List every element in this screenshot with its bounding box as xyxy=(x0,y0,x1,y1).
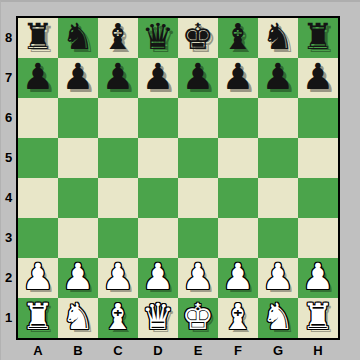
square-b4[interactable] xyxy=(58,178,98,218)
piece-black-pawn[interactable]: ♟ xyxy=(102,57,134,97)
square-f3[interactable] xyxy=(218,218,258,258)
rank-label-4: 4 xyxy=(1,178,16,218)
square-b3[interactable] xyxy=(58,218,98,258)
square-h6[interactable] xyxy=(298,98,338,138)
square-g3[interactable] xyxy=(258,218,298,258)
piece-black-bishop[interactable]: ♝ xyxy=(222,17,254,57)
square-a7[interactable]: ♟ xyxy=(18,58,58,98)
rank-label-5: 5 xyxy=(1,138,16,178)
piece-white-pawn[interactable]: ♟ xyxy=(62,257,94,297)
square-h5[interactable] xyxy=(298,138,338,178)
piece-black-rook[interactable]: ♜ xyxy=(302,17,334,57)
piece-white-pawn[interactable]: ♟ xyxy=(222,257,254,297)
piece-black-pawn[interactable]: ♟ xyxy=(62,57,94,97)
square-a6[interactable] xyxy=(18,98,58,138)
piece-white-rook[interactable]: ♜ xyxy=(22,297,54,337)
rank-label-2: 2 xyxy=(1,258,16,298)
file-label-f: F xyxy=(218,341,258,360)
square-g7[interactable]: ♟ xyxy=(258,58,298,98)
square-g5[interactable] xyxy=(258,138,298,178)
square-a2[interactable]: ♟ xyxy=(18,258,58,298)
chess-board[interactable]: ♜♞♝♛♚♝♞♜♟♟♟♟♟♟♟♟♟♟♟♟♟♟♟♟♜♞♝♛♚♝♞♜ xyxy=(16,16,340,340)
square-c1[interactable]: ♝ xyxy=(98,298,138,338)
board-frame: 87654321 ♜♞♝♛♚♝♞♜♟♟♟♟♟♟♟♟♟♟♟♟♟♟♟♟♜♞♝♛♚♝♞… xyxy=(0,0,360,360)
piece-white-pawn[interactable]: ♟ xyxy=(142,257,174,297)
rank-label-1: 1 xyxy=(1,298,16,338)
square-f5[interactable] xyxy=(218,138,258,178)
square-e2[interactable]: ♟ xyxy=(178,258,218,298)
square-a8[interactable]: ♜ xyxy=(18,18,58,58)
file-label-g: G xyxy=(258,341,298,360)
square-a4[interactable] xyxy=(18,178,58,218)
piece-black-knight[interactable]: ♞ xyxy=(62,17,94,57)
square-h2[interactable]: ♟ xyxy=(298,258,338,298)
piece-white-knight[interactable]: ♞ xyxy=(262,297,294,337)
square-a5[interactable] xyxy=(18,138,58,178)
square-e6[interactable] xyxy=(178,98,218,138)
piece-black-pawn[interactable]: ♟ xyxy=(182,57,214,97)
square-f1[interactable]: ♝ xyxy=(218,298,258,338)
square-e7[interactable]: ♟ xyxy=(178,58,218,98)
square-e8[interactable]: ♚ xyxy=(178,18,218,58)
piece-black-knight[interactable]: ♞ xyxy=(262,17,294,57)
file-label-b: B xyxy=(58,341,98,360)
piece-black-pawn[interactable]: ♟ xyxy=(22,57,54,97)
square-f6[interactable] xyxy=(218,98,258,138)
rank-label-8: 8 xyxy=(1,18,16,58)
square-e3[interactable] xyxy=(178,218,218,258)
square-c6[interactable] xyxy=(98,98,138,138)
piece-white-queen[interactable]: ♛ xyxy=(142,297,174,337)
piece-black-pawn[interactable]: ♟ xyxy=(302,57,334,97)
piece-white-pawn[interactable]: ♟ xyxy=(182,257,214,297)
square-c7[interactable]: ♟ xyxy=(98,58,138,98)
square-e5[interactable] xyxy=(178,138,218,178)
rank-label-6: 6 xyxy=(1,98,16,138)
square-f2[interactable]: ♟ xyxy=(218,258,258,298)
piece-white-bishop[interactable]: ♝ xyxy=(102,297,134,337)
square-b5[interactable] xyxy=(58,138,98,178)
square-d6[interactable] xyxy=(138,98,178,138)
square-h3[interactable] xyxy=(298,218,338,258)
square-b6[interactable] xyxy=(58,98,98,138)
piece-black-king[interactable]: ♚ xyxy=(182,17,214,57)
piece-black-pawn[interactable]: ♟ xyxy=(222,57,254,97)
square-b2[interactable]: ♟ xyxy=(58,258,98,298)
square-c2[interactable]: ♟ xyxy=(98,258,138,298)
piece-white-pawn[interactable]: ♟ xyxy=(102,257,134,297)
square-c3[interactable] xyxy=(98,218,138,258)
piece-white-pawn[interactable]: ♟ xyxy=(22,257,54,297)
file-label-h: H xyxy=(298,341,338,360)
square-d4[interactable] xyxy=(138,178,178,218)
rank-label-3: 3 xyxy=(1,218,16,258)
square-f8[interactable]: ♝ xyxy=(218,18,258,58)
square-c4[interactable] xyxy=(98,178,138,218)
file-label-e: E xyxy=(178,341,218,360)
square-c5[interactable] xyxy=(98,138,138,178)
square-b8[interactable]: ♞ xyxy=(58,18,98,58)
piece-white-king[interactable]: ♚ xyxy=(182,297,214,337)
piece-black-bishop[interactable]: ♝ xyxy=(102,17,134,57)
rank-labels: 87654321 xyxy=(1,18,16,338)
square-g1[interactable]: ♞ xyxy=(258,298,298,338)
square-e4[interactable] xyxy=(178,178,218,218)
square-d3[interactable] xyxy=(138,218,178,258)
file-label-c: C xyxy=(98,341,138,360)
square-g4[interactable] xyxy=(258,178,298,218)
file-label-d: D xyxy=(138,341,178,360)
square-d7[interactable]: ♟ xyxy=(138,58,178,98)
piece-black-queen[interactable]: ♛ xyxy=(142,17,174,57)
square-d1[interactable]: ♛ xyxy=(138,298,178,338)
square-h1[interactable]: ♜ xyxy=(298,298,338,338)
square-d8[interactable]: ♛ xyxy=(138,18,178,58)
square-h8[interactable]: ♜ xyxy=(298,18,338,58)
square-c8[interactable]: ♝ xyxy=(98,18,138,58)
file-labels: ABCDEFGH xyxy=(18,341,338,360)
file-label-a: A xyxy=(18,341,58,360)
square-a1[interactable]: ♜ xyxy=(18,298,58,338)
piece-black-pawn[interactable]: ♟ xyxy=(262,57,294,97)
piece-black-pawn[interactable]: ♟ xyxy=(142,57,174,97)
square-h7[interactable]: ♟ xyxy=(298,58,338,98)
piece-white-pawn[interactable]: ♟ xyxy=(302,257,334,297)
square-d5[interactable] xyxy=(138,138,178,178)
square-g2[interactable]: ♟ xyxy=(258,258,298,298)
square-e1[interactable]: ♚ xyxy=(178,298,218,338)
square-f4[interactable] xyxy=(218,178,258,218)
square-b1[interactable]: ♞ xyxy=(58,298,98,338)
piece-white-bishop[interactable]: ♝ xyxy=(222,297,254,337)
square-f7[interactable]: ♟ xyxy=(218,58,258,98)
square-h4[interactable] xyxy=(298,178,338,218)
rank-label-7: 7 xyxy=(1,58,16,98)
square-b7[interactable]: ♟ xyxy=(58,58,98,98)
piece-white-pawn[interactable]: ♟ xyxy=(262,257,294,297)
square-a3[interactable] xyxy=(18,218,58,258)
square-g8[interactable]: ♞ xyxy=(258,18,298,58)
square-g6[interactable] xyxy=(258,98,298,138)
piece-white-knight[interactable]: ♞ xyxy=(62,297,94,337)
piece-white-rook[interactable]: ♜ xyxy=(302,297,334,337)
piece-black-rook[interactable]: ♜ xyxy=(22,17,54,57)
square-d2[interactable]: ♟ xyxy=(138,258,178,298)
